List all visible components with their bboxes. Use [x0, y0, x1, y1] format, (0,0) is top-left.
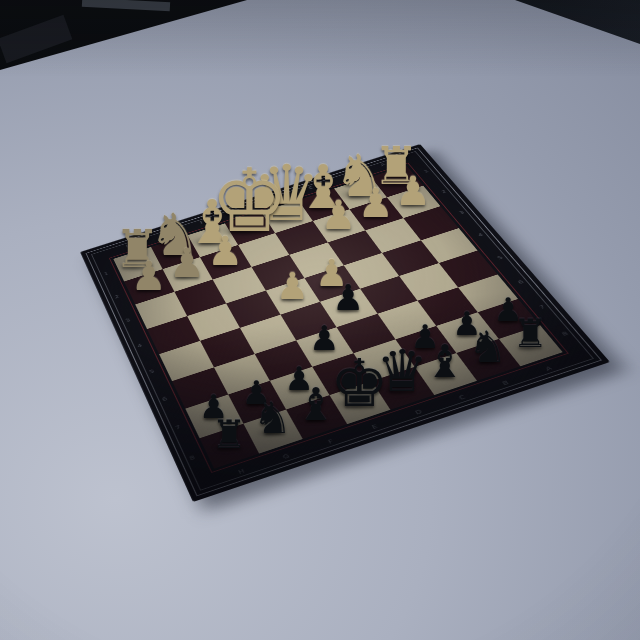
- piece-black-pawn-d5: ♟: [298, 280, 398, 316]
- pieces-layer: ♜♞♟♝♟♛♟♚♝♞♟♜♟♟♟♟♟♟♟♜♟♟♞♝♟♛♟♚♟♝♞♜: [0, 0, 640, 640]
- scene: HHGGFFEEDDCCBBAA1122334455667788 ♜♞♟♝♟♛♟…: [0, 0, 640, 640]
- piece-white-pawn-h2: ♟: [99, 256, 199, 296]
- piece-black-rook-h8: ♜: [179, 416, 279, 455]
- piece-white-pawn-c2: ♟: [288, 195, 388, 235]
